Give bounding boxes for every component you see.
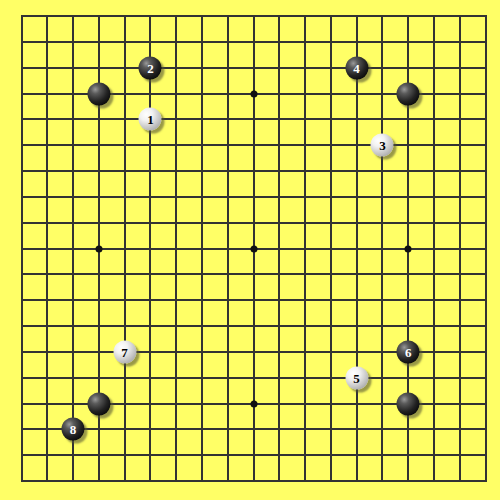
- stone-move-number: 4: [353, 61, 360, 74]
- star-point-9-9: [250, 245, 257, 252]
- stone-move-number: 1: [147, 113, 154, 126]
- stone-move-number: 3: [379, 139, 386, 152]
- grid-line-horizontal-10: [21, 273, 487, 275]
- stone-white-move-1[interactable]: 1: [139, 108, 162, 131]
- star-point-9-3: [250, 90, 257, 97]
- star-point-3-9: [95, 245, 102, 252]
- stone-move-number: 7: [121, 345, 128, 358]
- go-board[interactable]: 12345678: [0, 0, 500, 500]
- stone-black-hoshi-15-3[interactable]: [397, 82, 420, 105]
- stone-black-hoshi-3-3[interactable]: [87, 82, 110, 105]
- star-point-15-9: [405, 245, 412, 252]
- stone-black-move-2[interactable]: 2: [139, 56, 162, 79]
- grid-line-vertical-18: [485, 15, 487, 482]
- stone-move-number: 6: [405, 345, 412, 358]
- stone-black-move-4[interactable]: 4: [345, 56, 368, 79]
- grid-line-vertical-12: [330, 15, 332, 482]
- star-point-9-15: [250, 400, 257, 407]
- stone-move-number: 5: [353, 371, 360, 384]
- stone-black-hoshi-15-15[interactable]: [397, 392, 420, 415]
- grid-line-vertical-13: [356, 15, 358, 482]
- stone-white-move-5[interactable]: 5: [345, 366, 368, 389]
- grid-line-vertical-17: [459, 15, 461, 482]
- stone-black-move-8[interactable]: 8: [62, 418, 85, 441]
- grid-line-horizontal-12: [21, 325, 487, 327]
- grid-line-vertical-16: [433, 15, 435, 482]
- stone-move-number: 8: [70, 423, 77, 436]
- grid-line-horizontal-17: [21, 454, 487, 456]
- stone-white-move-3[interactable]: 3: [371, 134, 394, 157]
- grid-line-horizontal-11: [21, 299, 487, 301]
- stone-black-move-6[interactable]: 6: [397, 340, 420, 363]
- grid-line-horizontal-18: [21, 480, 487, 482]
- grid-line-vertical-14: [381, 15, 383, 482]
- stone-black-hoshi-3-15[interactable]: [87, 392, 110, 415]
- go-diagram: 12345678: [0, 0, 500, 500]
- grid-line-horizontal-14: [21, 377, 487, 379]
- grid-line-horizontal-16: [21, 428, 487, 430]
- grid-line-vertical-10: [278, 15, 280, 482]
- stone-white-move-7[interactable]: 7: [113, 340, 136, 363]
- grid-line-vertical-11: [304, 15, 306, 482]
- stone-move-number: 2: [147, 61, 154, 74]
